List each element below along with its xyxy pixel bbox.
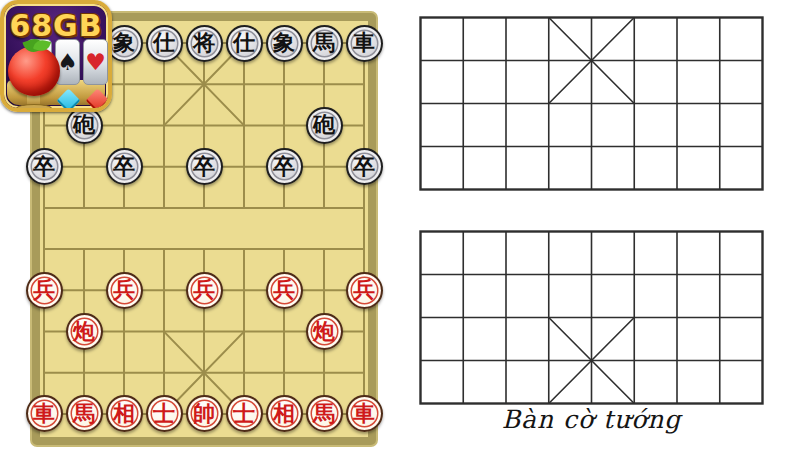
logo-title: 68GB bbox=[4, 8, 108, 43]
piece-red-炮[interactable]: 炮 bbox=[306, 313, 343, 350]
piece-red-帥[interactable]: 帥 bbox=[186, 395, 223, 432]
piece-red-士[interactable]: 士 bbox=[226, 395, 263, 432]
piece-red-士[interactable]: 士 bbox=[146, 395, 183, 432]
piece-red-兵[interactable]: 兵 bbox=[26, 272, 63, 309]
piece-black-将[interactable]: 将 bbox=[186, 25, 223, 62]
piece-black-卒[interactable]: 卒 bbox=[186, 148, 223, 185]
piece-red-車[interactable]: 車 bbox=[346, 395, 383, 432]
piece-black-馬[interactable]: 馬 bbox=[306, 25, 343, 62]
logo-68gb[interactable]: 68GB ♠ ♥ bbox=[0, 0, 112, 112]
piece-red-馬[interactable]: 馬 bbox=[66, 395, 103, 432]
piece-red-炮[interactable]: 炮 bbox=[66, 313, 103, 350]
piece-black-砲[interactable]: 砲 bbox=[306, 107, 343, 144]
tomato-base bbox=[16, 104, 52, 112]
piece-red-相[interactable]: 相 bbox=[106, 395, 143, 432]
piece-black-卒[interactable]: 卒 bbox=[26, 148, 63, 185]
piece-black-象[interactable]: 象 bbox=[266, 25, 303, 62]
empty-board-top-half-diagram bbox=[419, 16, 764, 195]
piece-black-卒[interactable]: 卒 bbox=[346, 148, 383, 185]
piece-red-兵[interactable]: 兵 bbox=[106, 272, 143, 309]
heart-icon: ♥ bbox=[85, 49, 106, 75]
piece-black-砲[interactable]: 砲 bbox=[66, 107, 103, 144]
page: 車馬象仕将仕象馬車砲砲卒卒卒卒卒兵兵兵兵兵炮炮車馬相士帥士相馬車 68GB ♠ … bbox=[0, 0, 800, 450]
piece-black-卒[interactable]: 卒 bbox=[106, 148, 143, 185]
piece-red-馬[interactable]: 馬 bbox=[306, 395, 343, 432]
piece-black-仕[interactable]: 仕 bbox=[226, 25, 263, 62]
piece-black-仕[interactable]: 仕 bbox=[146, 25, 183, 62]
piece-red-相[interactable]: 相 bbox=[266, 395, 303, 432]
piece-red-兵[interactable]: 兵 bbox=[186, 272, 223, 309]
tomato-icon bbox=[8, 46, 60, 96]
spade-icon: ♠ bbox=[57, 49, 78, 75]
piece-red-兵[interactable]: 兵 bbox=[266, 272, 303, 309]
piece-red-兵[interactable]: 兵 bbox=[346, 272, 383, 309]
diagram-caption: Bàn cờ tướng bbox=[419, 405, 764, 434]
piece-black-卒[interactable]: 卒 bbox=[266, 148, 303, 185]
slot-reel-heart: ♥ bbox=[83, 39, 108, 85]
piece-black-車[interactable]: 車 bbox=[346, 25, 383, 62]
empty-board-bottom-half-diagram bbox=[419, 230, 764, 409]
piece-red-車[interactable]: 車 bbox=[26, 395, 63, 432]
